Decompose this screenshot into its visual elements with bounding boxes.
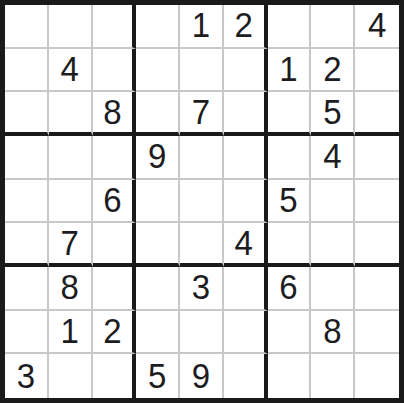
cell-r4c4[interactable]: 9	[136, 136, 180, 180]
given-digit: 4	[60, 52, 78, 86]
cell-r8c2[interactable]: 1	[49, 311, 93, 355]
given-digit: 6	[103, 183, 121, 217]
cell-r9c9[interactable]	[355, 354, 399, 398]
cell-r7c2[interactable]: 8	[49, 267, 93, 311]
given-digit: 9	[148, 140, 166, 174]
cell-r7c3[interactable]	[93, 267, 137, 311]
cell-r2c2[interactable]: 4	[49, 49, 93, 93]
cell-r7c8[interactable]	[311, 267, 355, 311]
cell-r1c4[interactable]	[136, 5, 180, 49]
cell-r9c1[interactable]: 3	[5, 354, 49, 398]
cell-r4c9[interactable]	[355, 136, 399, 180]
cell-r8c6[interactable]	[224, 311, 268, 355]
cell-r8c9[interactable]	[355, 311, 399, 355]
cell-r7c9[interactable]	[355, 267, 399, 311]
cell-r3c8[interactable]: 5	[311, 92, 355, 136]
cell-r5c6[interactable]	[224, 180, 268, 224]
cell-r5c2[interactable]	[49, 180, 93, 224]
cell-r5c8[interactable]	[311, 180, 355, 224]
cell-r3c9[interactable]	[355, 92, 399, 136]
sudoku-board: 124412875946574836128359	[0, 0, 404, 403]
given-digit: 9	[192, 359, 210, 393]
cell-r8c3[interactable]: 2	[93, 311, 137, 355]
given-digit: 4	[235, 226, 253, 260]
cell-r1c6[interactable]: 2	[224, 5, 268, 49]
given-digit: 8	[323, 314, 341, 348]
cell-r2c4[interactable]	[136, 49, 180, 93]
cell-r5c4[interactable]	[136, 180, 180, 224]
cell-r3c6[interactable]	[224, 92, 268, 136]
cell-r3c2[interactable]	[49, 92, 93, 136]
cell-r1c9[interactable]: 4	[355, 5, 399, 49]
given-digit: 8	[60, 271, 78, 305]
cell-r4c3[interactable]	[93, 136, 137, 180]
cell-r6c4[interactable]	[136, 223, 180, 267]
given-digit: 5	[279, 183, 297, 217]
cell-r3c1[interactable]	[5, 92, 49, 136]
cell-r8c7[interactable]	[268, 311, 312, 355]
cell-r3c7[interactable]	[268, 92, 312, 136]
cell-r6c1[interactable]	[5, 223, 49, 267]
cell-r6c5[interactable]	[180, 223, 224, 267]
cell-r9c5[interactable]: 9	[180, 354, 224, 398]
cell-r6c8[interactable]	[311, 223, 355, 267]
cell-r8c8[interactable]: 8	[311, 311, 355, 355]
cell-r2c7[interactable]: 1	[268, 49, 312, 93]
given-digit: 7	[60, 226, 78, 260]
given-digit: 2	[235, 9, 253, 43]
cell-r7c5[interactable]: 3	[180, 267, 224, 311]
cell-r5c7[interactable]: 5	[268, 180, 312, 224]
given-digit: 2	[323, 52, 341, 86]
cell-r4c6[interactable]	[224, 136, 268, 180]
cell-r1c5[interactable]: 1	[180, 5, 224, 49]
cell-r3c3[interactable]: 8	[93, 92, 137, 136]
cell-r7c6[interactable]	[224, 267, 268, 311]
cell-r8c1[interactable]	[5, 311, 49, 355]
cell-r5c9[interactable]	[355, 180, 399, 224]
given-digit: 3	[17, 359, 35, 393]
cell-r3c4[interactable]	[136, 92, 180, 136]
sudoku-board-wrap: 124412875946574836128359	[0, 0, 404, 403]
cell-r1c7[interactable]	[268, 5, 312, 49]
given-digit: 5	[148, 359, 166, 393]
cell-r9c2[interactable]	[49, 354, 93, 398]
cell-r2c6[interactable]	[224, 49, 268, 93]
cell-r9c8[interactable]	[311, 354, 355, 398]
cell-r9c3[interactable]	[93, 354, 137, 398]
cell-r6c9[interactable]	[355, 223, 399, 267]
given-digit: 1	[192, 9, 210, 43]
given-digit: 8	[103, 95, 121, 129]
cell-r5c3[interactable]: 6	[93, 180, 137, 224]
cell-r8c5[interactable]	[180, 311, 224, 355]
cell-r5c1[interactable]	[5, 180, 49, 224]
given-digit: 1	[60, 314, 78, 348]
cell-r2c1[interactable]	[5, 49, 49, 93]
cell-r4c8[interactable]: 4	[311, 136, 355, 180]
cell-r9c7[interactable]	[268, 354, 312, 398]
cell-r4c1[interactable]	[5, 136, 49, 180]
cell-r8c4[interactable]	[136, 311, 180, 355]
cell-r4c5[interactable]	[180, 136, 224, 180]
cell-r6c3[interactable]	[93, 223, 137, 267]
cell-r9c4[interactable]: 5	[136, 354, 180, 398]
given-digit: 3	[192, 271, 210, 305]
cell-r2c3[interactable]	[93, 49, 137, 93]
cell-r6c6[interactable]: 4	[224, 223, 268, 267]
cell-r7c1[interactable]	[5, 267, 49, 311]
given-digit: 4	[323, 140, 341, 174]
given-digit: 6	[279, 271, 297, 305]
cell-r2c9[interactable]	[355, 49, 399, 93]
cell-r3c5[interactable]: 7	[180, 92, 224, 136]
cell-r1c8[interactable]	[311, 5, 355, 49]
given-digit: 4	[368, 9, 386, 43]
given-digit: 1	[279, 52, 297, 86]
cell-r4c7[interactable]	[268, 136, 312, 180]
cell-r1c1[interactable]	[5, 5, 49, 49]
cell-r7c4[interactable]	[136, 267, 180, 311]
cell-r6c7[interactable]	[268, 223, 312, 267]
given-digit: 7	[192, 95, 210, 129]
cell-r4c2[interactable]	[49, 136, 93, 180]
cell-r1c2[interactable]	[49, 5, 93, 49]
cell-r6c2[interactable]: 7	[49, 223, 93, 267]
given-digit: 2	[103, 314, 121, 348]
cell-r5c5[interactable]	[180, 180, 224, 224]
cell-r1c3[interactable]	[93, 5, 137, 49]
cell-r7c7[interactable]: 6	[268, 267, 312, 311]
given-digit: 5	[323, 95, 341, 129]
cell-r2c5[interactable]	[180, 49, 224, 93]
cell-r9c6[interactable]	[224, 354, 268, 398]
cell-r2c8[interactable]: 2	[311, 49, 355, 93]
